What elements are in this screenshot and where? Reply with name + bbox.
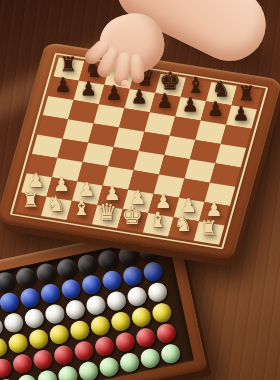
yellow-marble [27,327,50,350]
green-marble [139,346,162,369]
red-marble [32,348,55,371]
black-marble [55,257,78,280]
piece-black-pawn[interactable]: ♟ [100,78,128,106]
red-marble [155,322,178,345]
white-marble [64,298,87,321]
white-marble [85,294,108,317]
yellow-marble [151,301,174,324]
piece-white-queen[interactable]: ♛ [93,198,121,226]
piece-white-bishop[interactable]: ♝ [67,194,95,222]
white-marble [2,311,25,334]
green-marble [98,355,121,378]
yellow-marble [89,314,112,337]
yellow-marble [68,318,91,341]
blue-marble [80,273,103,296]
black-marble [96,248,119,271]
white-marble [126,285,149,308]
green-marble [77,360,100,380]
black-marble [76,252,99,275]
chess-set-scene: ♜♞♝♛♚♝♞♜♟♟♟♟♟♟♟♟♟♟♟♟♟♟♟♟♜♞♝♛♚♝♞♜ [0,0,280,380]
red-marble [134,326,157,349]
green-marble [36,368,59,380]
yellow-marble [109,310,132,333]
piece-white-knight[interactable]: ♞ [42,190,70,218]
blue-marble [121,264,144,287]
black-marble [0,270,16,293]
black-marble [35,261,58,284]
red-marble [0,356,13,379]
yellow-marble [130,305,153,328]
white-marble [146,280,169,303]
blue-marble [19,286,42,309]
piece-black-pawn[interactable]: ♟ [74,74,102,102]
red-marble [114,330,137,353]
red-marble [52,343,75,366]
white-marble [105,289,128,312]
yellow-marble [7,332,30,355]
white-marble [44,302,67,325]
piece-black-pawn[interactable]: ♟ [176,90,204,118]
red-marble [93,335,116,358]
piece-white-rook[interactable]: ♜ [195,214,223,242]
board-squares: ♜♞♝♛♚♝♞♜♟♟♟♟♟♟♟♟♟♟♟♟♟♟♟♟♜♞♝♛♚♝♞♜ [16,57,263,244]
piece-black-pawn[interactable]: ♟ [151,86,179,114]
piece-black-pawn[interactable]: ♟ [227,99,255,127]
white-marble [23,307,46,330]
blue-marble [60,277,83,300]
red-marble [73,339,96,362]
blue-marble [39,282,62,305]
blue-marble [101,269,124,292]
red-marble [11,352,34,375]
black-marble [14,266,37,289]
yellow-marble [0,336,9,359]
green-marble [118,351,141,374]
piece-white-king[interactable]: ♚ [118,202,146,230]
green-marble [159,342,182,365]
blue-marble [0,290,21,313]
piece-white-bishop[interactable]: ♝ [144,206,172,234]
yellow-marble [48,323,71,346]
piece-white-knight[interactable]: ♞ [169,210,197,238]
blue-marble [142,260,165,283]
piece-black-pawn[interactable]: ♟ [202,94,230,122]
piece-black-pawn[interactable]: ♟ [49,70,77,98]
board-cell[interactable]: ♜ [194,221,225,244]
black-marble [117,244,140,267]
piece-white-rook[interactable]: ♜ [17,186,45,214]
green-marble [16,373,39,380]
green-marble [57,364,80,380]
piece-black-pawn[interactable]: ♟ [125,82,153,110]
